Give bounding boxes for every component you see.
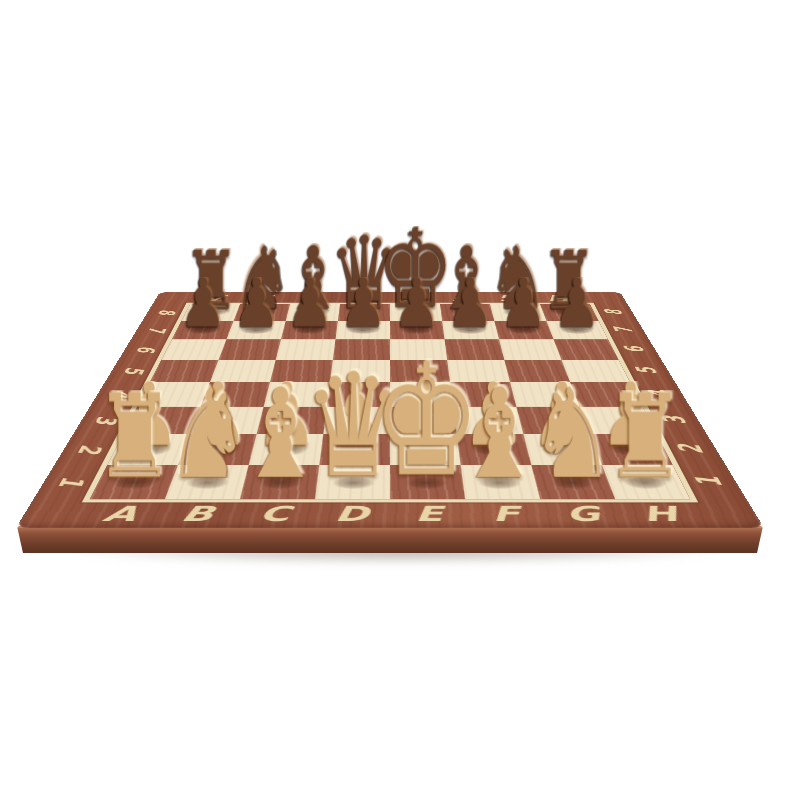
file-label-bottom-b: B <box>154 499 240 528</box>
rank-label-right-8: 8 <box>585 306 643 319</box>
file-labels-top: ABCDEFGH <box>190 292 590 304</box>
rank-label-right-6: 6 <box>602 342 666 357</box>
chess-board: ABCDEFGH ABCDEFGH 87654321 87654321 ♜♞♝♛… <box>16 292 765 528</box>
rank-label-left-7: 7 <box>126 323 187 337</box>
piece-cell-g6 <box>499 339 561 359</box>
board-frame: ABCDEFGH ABCDEFGH 87654321 87654321 ♜♞♝♛… <box>16 292 765 528</box>
file-label-bottom-e: E <box>390 499 469 528</box>
rank-label-right-7: 7 <box>593 323 654 337</box>
file-label-top-e: E <box>390 292 440 304</box>
rank-label-left-6: 6 <box>113 342 177 357</box>
piece-cell-b6 <box>219 339 281 359</box>
piece-cell-c1: ♝ <box>240 465 320 500</box>
file-label-top-b: B <box>240 292 293 304</box>
file-label-bottom-h: H <box>615 499 705 528</box>
photo-canvas: ABCDEFGH ABCDEFGH 87654321 87654321 ♜♞♝♛… <box>0 0 800 800</box>
file-label-top-f: F <box>438 292 489 304</box>
scene: ABCDEFGH ABCDEFGH 87654321 87654321 ♜♞♝♛… <box>0 0 800 800</box>
file-label-top-d: D <box>340 292 390 304</box>
file-label-bottom-g: G <box>540 499 626 528</box>
file-label-top-c: C <box>290 292 341 304</box>
white-bishop-c1[interactable]: ♝ <box>220 384 341 483</box>
file-labels-bottom: ABCDEFGH <box>75 499 705 528</box>
white-knight-g1[interactable]: ♞ <box>512 384 633 483</box>
piece-cell-g1: ♞ <box>531 465 615 500</box>
rank-label-left-8: 8 <box>137 306 195 319</box>
file-label-top-h: H <box>535 292 590 304</box>
file-label-top-a: A <box>190 292 245 304</box>
file-label-bottom-d: D <box>311 499 390 528</box>
file-label-bottom-a: A <box>75 499 165 528</box>
file-label-bottom-f: F <box>465 499 548 528</box>
file-label-bottom-c: C <box>232 499 315 528</box>
file-label-top-g: G <box>487 292 540 304</box>
